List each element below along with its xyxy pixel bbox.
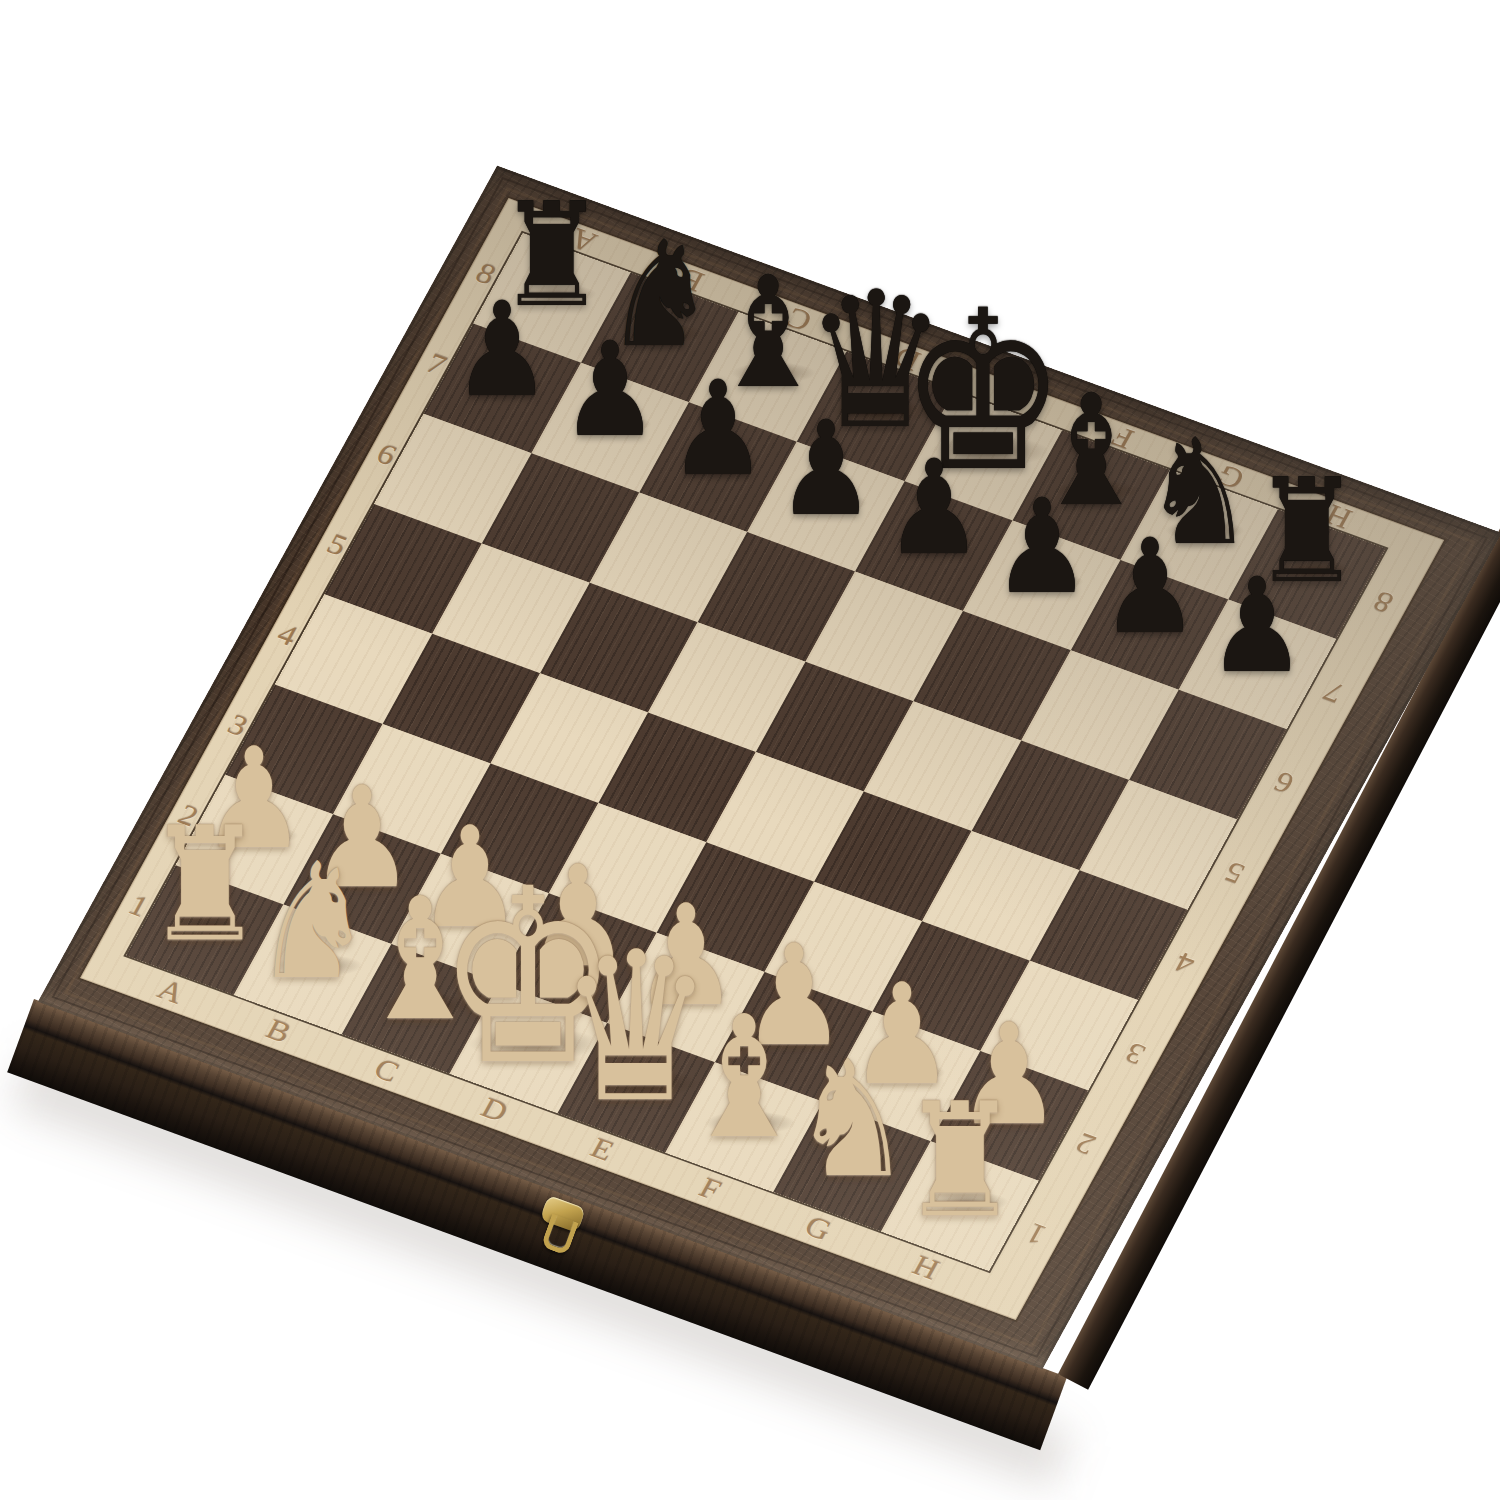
piece-white-knight-g1[interactable]: ♞ — [792, 1040, 913, 1200]
piece-white-rook-h1[interactable]: ♜ — [901, 1082, 1020, 1239]
piece-black-pawn-h7[interactable]: ♟ — [1208, 561, 1306, 692]
piece-black-pawn-f7[interactable]: ♟ — [993, 482, 1091, 613]
piece-black-pawn-b7[interactable]: ♟ — [561, 324, 659, 455]
pieces-layer: ♜♞♝♟♛♟♚♟♝♟♞♟♜♟♟♟♟♟♟♜♟♞♟♝♟♚♟♛♟♝♞♜ — [0, 0, 1500, 1500]
chess-box-photo: 88AA77BB66CC55DD44EE33FF22GG11HH ♜♞♝♟♛♟♚… — [0, 0, 1500, 1500]
piece-black-pawn-d7[interactable]: ♟ — [777, 403, 875, 534]
piece-black-pawn-e7[interactable]: ♟ — [885, 443, 983, 574]
piece-white-bishop-f1[interactable]: ♝ — [681, 994, 808, 1162]
piece-black-pawn-a7[interactable]: ♟ — [453, 285, 551, 416]
piece-black-pawn-c7[interactable]: ♟ — [669, 364, 767, 495]
piece-white-knight-b1[interactable]: ♞ — [252, 843, 373, 1003]
piece-white-rook-a1[interactable]: ♜ — [145, 806, 264, 963]
piece-black-pawn-g7[interactable]: ♟ — [1100, 522, 1198, 653]
